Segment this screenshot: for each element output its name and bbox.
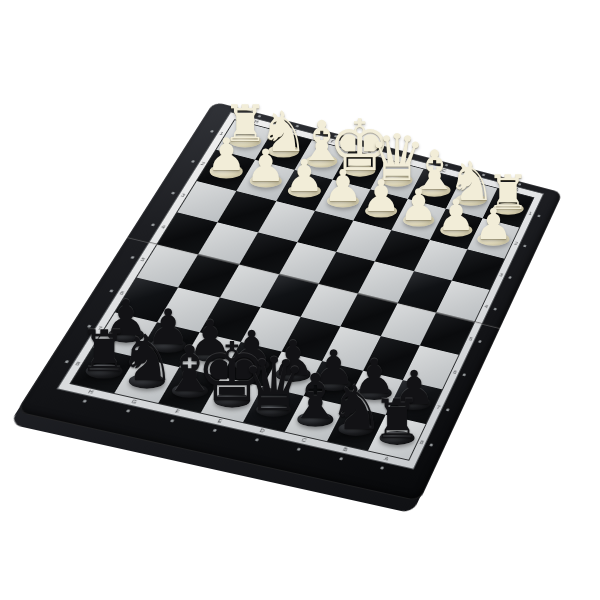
chess-board: HH11GG22FF33EE44DD55CC66BB77AA88 (71, 120, 533, 460)
product-photo: HH11GG22FF33EE44DD55CC66BB77AA88 ♜♞♝♚♛♝♞… (0, 0, 600, 600)
